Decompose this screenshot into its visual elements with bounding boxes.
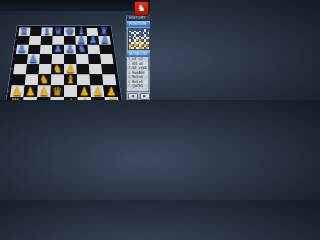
square-h1[interactable]: ♜	[104, 97, 119, 100]
square-c2[interactable]: ♟	[37, 85, 51, 97]
mini-square-h1	[146, 47, 149, 50]
white-rook[interactable]: ♜	[10, 97, 21, 100]
black-pawn[interactable]: ♟	[53, 44, 62, 54]
square-h6[interactable]	[99, 45, 112, 54]
knight-logo-icon[interactable]: ♞	[134, 1, 149, 16]
white-pawn[interactable]: ♟	[93, 85, 103, 97]
square-a6[interactable]: ♟	[16, 45, 29, 54]
mini-board	[128, 28, 150, 50]
square-f2[interactable]: ♟	[77, 85, 91, 97]
square-h4[interactable]	[101, 64, 115, 74]
square-e6[interactable]: ♟	[64, 45, 76, 54]
square-a4[interactable]	[13, 64, 27, 74]
white-pawn[interactable]: ♟	[79, 85, 89, 97]
next-move-button[interactable]: ▶	[140, 93, 150, 100]
black-bishop[interactable]: ♝	[42, 26, 51, 36]
mini-board-wrap	[127, 27, 150, 51]
white-knight[interactable]: ♞	[53, 63, 63, 74]
white-pawn[interactable]: ♟	[39, 85, 49, 97]
black-pawn[interactable]: ♟	[89, 35, 98, 45]
white-queen[interactable]: ♛	[52, 85, 62, 97]
square-d6[interactable]: ♟	[52, 45, 64, 54]
white-pawn[interactable]: ♟	[12, 85, 22, 97]
square-c1[interactable]	[36, 97, 50, 100]
white-rook[interactable]: ♜	[107, 97, 118, 100]
black-rook[interactable]: ♜	[20, 26, 29, 36]
square-d1[interactable]	[50, 97, 64, 100]
move-nav: ◀ ▶	[127, 91, 150, 100]
square-g6[interactable]	[87, 45, 100, 54]
white-pawn[interactable]: ♟	[106, 85, 116, 97]
white-move[interactable]: Qd2	[132, 84, 139, 89]
square-f1[interactable]: ♝	[77, 97, 91, 100]
white-pawn[interactable]: ♟	[25, 85, 35, 97]
black-pawn[interactable]: ♟	[101, 35, 110, 45]
black-king[interactable]: ♚	[65, 26, 74, 36]
square-b5[interactable]: ♟	[27, 54, 40, 64]
square-c8[interactable]: ♝	[41, 28, 53, 36]
chess-board[interactable]: ♜♝♛♚♝♜♟♟♟♟♟♟♞♟♞♟♞♝♟♟♟♛♟♟♟♜♚♝♜ abcdefgh 8…	[5, 26, 123, 100]
square-b4[interactable]	[26, 64, 39, 74]
board-scene: ♜♝♛♚♝♜♟♟♟♟♟♟♞♟♞♟♞♝♟♟♟♛♟♟♟♜♚♝♜ abcdefgh 8…	[0, 5, 128, 100]
square-b1[interactable]	[22, 97, 37, 100]
white-bishop[interactable]: ♝	[66, 74, 76, 85]
square-c6[interactable]	[40, 45, 52, 54]
board-grid: ♜♝♛♚♝♜♟♟♟♟♟♟♞♟♞♟♞♝♟♟♟♛♟♟♟♜♚♝♜	[8, 28, 119, 100]
square-e3[interactable]: ♝	[64, 74, 77, 85]
black-pawn[interactable]: ♟	[65, 44, 74, 54]
square-d4[interactable]: ♞	[51, 64, 64, 74]
square-b8[interactable]	[30, 28, 42, 36]
square-a8[interactable]: ♜	[18, 28, 30, 36]
square-b7[interactable]	[29, 36, 41, 45]
white-king[interactable]: ♚	[66, 97, 77, 100]
move-list[interactable]: 1.e4c52.Nf3d63.d4cxd44.Nxd4Nf65.Nc3a66.B…	[127, 57, 150, 91]
square-g2[interactable]: ♟	[90, 85, 104, 97]
move-list-scrollbar[interactable]	[148, 57, 150, 91]
square-d2[interactable]: ♛	[51, 85, 64, 97]
mini-white-rook	[146, 47, 148, 49]
square-g7[interactable]: ♟	[87, 36, 99, 45]
top-toolbar	[0, 0, 150, 11]
square-f6[interactable]: ♞	[76, 45, 88, 54]
square-h5[interactable]	[100, 54, 113, 64]
square-g4[interactable]	[89, 64, 102, 74]
square-e1[interactable]: ♚	[64, 97, 78, 100]
square-d8[interactable]: ♛	[53, 28, 64, 36]
square-h2[interactable]: ♟	[103, 85, 118, 97]
scrollbar-thumb[interactable]	[148, 58, 150, 70]
prev-move-button[interactable]: ◀	[128, 93, 138, 100]
square-g1[interactable]	[91, 97, 106, 100]
side-panel: HISTORY POSITION MOVE LIST 1.e4c52.Nf3d6…	[126, 15, 150, 100]
square-c5[interactable]	[39, 54, 52, 64]
black-queen[interactable]: ♛	[54, 26, 63, 36]
square-a2[interactable]: ♟	[10, 85, 25, 97]
black-pawn[interactable]: ♟	[28, 53, 38, 64]
square-g5[interactable]	[88, 54, 101, 64]
square-e8[interactable]: ♚	[64, 28, 75, 36]
square-f5[interactable]	[76, 54, 89, 64]
square-a1[interactable]: ♜	[8, 97, 23, 100]
square-e2[interactable]	[64, 85, 77, 97]
square-a5[interactable]	[15, 54, 28, 64]
black-pawn[interactable]: ♟	[17, 44, 26, 54]
square-b2[interactable]: ♟	[24, 85, 38, 97]
move-row[interactable]: 7.Qd2b5	[127, 84, 150, 89]
black-knight[interactable]: ♞	[77, 44, 86, 54]
square-h7[interactable]: ♟	[98, 36, 111, 45]
square-f4[interactable]	[76, 64, 89, 74]
white-bishop[interactable]: ♝	[80, 97, 91, 100]
square-c7[interactable]	[41, 36, 53, 45]
